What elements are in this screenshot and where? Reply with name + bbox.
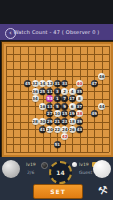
stone-white: 20	[46, 126, 53, 133]
stone-black: 19	[69, 110, 76, 117]
stone-white: 4	[69, 88, 76, 95]
stone-black: 5	[54, 103, 61, 110]
stone-black: 45	[24, 80, 31, 87]
header-bar: ‹ Watch Count - 47 ( Observer 0 )	[0, 24, 113, 40]
stone-white: 28	[32, 118, 39, 125]
stone-white: 38	[76, 110, 83, 117]
grid-line	[94, 46, 95, 152]
stone-black: 39	[76, 118, 83, 125]
stone-black: 23	[61, 118, 68, 125]
stone-white: 2	[61, 88, 68, 95]
left-player-level: lv19	[26, 162, 36, 167]
stone-black: 3	[54, 88, 61, 95]
back-button[interactable]: ‹	[5, 28, 16, 39]
stone-black: 7	[61, 95, 68, 102]
stone-black: 47	[91, 80, 98, 87]
stone-black: 27	[46, 110, 53, 117]
stone-black: 17	[69, 95, 76, 102]
stone-white: 22	[54, 126, 61, 133]
stone-white: 10	[54, 110, 61, 117]
left-player-avatar[interactable]	[2, 160, 20, 178]
stone-black: 29	[46, 118, 53, 125]
status-bar	[0, 0, 113, 24]
gomoku-board[interactable]: 4645321412313340473625113243534531717816…	[1, 41, 113, 158]
stone-white: 12	[46, 80, 53, 87]
stone-black: 25	[39, 88, 46, 95]
stone-white: 36	[32, 88, 39, 95]
stone-white: 32	[32, 80, 39, 87]
stone-white: 24	[61, 126, 68, 133]
stone-black: 35	[76, 88, 83, 95]
stone-white: 34	[32, 95, 39, 102]
hammer-icon[interactable]: ⚒	[94, 181, 111, 199]
stone-black: 1	[54, 95, 61, 102]
stone-black: 21	[54, 118, 61, 125]
stone-white: 30	[39, 118, 46, 125]
stone-black: 51	[54, 141, 61, 148]
stone-black: 11	[46, 88, 53, 95]
white-stone-icon	[72, 162, 77, 167]
stone-black: 41	[39, 126, 46, 133]
stone-white: 26	[69, 126, 76, 133]
stone-black: 37	[76, 103, 83, 110]
stone-black: 49	[91, 110, 98, 117]
grid-line	[6, 152, 110, 153]
stone-black: 31	[54, 80, 61, 87]
stone-white: 6	[69, 103, 76, 110]
stone-black: 9	[61, 103, 68, 110]
stone-white: 40	[76, 80, 83, 87]
black-stone-icon	[41, 162, 48, 169]
stone-white: 14	[39, 80, 46, 87]
right-player-level: lv19	[79, 162, 89, 167]
move-timer: 14	[49, 161, 72, 184]
app-screen: ‹ Watch Count - 47 ( Observer 0 ) 464532…	[0, 0, 113, 200]
stone-white: 18	[69, 118, 76, 125]
right-player-name: Guest	[79, 170, 92, 175]
stone-black: 43	[76, 126, 83, 133]
stone-white: 16	[39, 103, 46, 110]
stone-white: 44	[98, 103, 105, 110]
grid-line	[102, 46, 103, 152]
stone-black: 15	[61, 110, 68, 117]
stone-white: 8	[76, 95, 83, 102]
stone-magenta: 53	[46, 95, 53, 102]
player-panel: lv19 2/6 14 lv19 Guest SET ⚒	[0, 157, 113, 200]
page-title: Watch Count - 47 ( Observer 0 )	[0, 29, 113, 35]
stone-black: 13	[46, 103, 53, 110]
right-player-avatar[interactable]	[93, 160, 111, 178]
stone-white: 42	[61, 133, 68, 140]
grid-line	[109, 46, 110, 152]
left-player-score: 2/6	[27, 170, 34, 175]
stone-black: 33	[61, 80, 68, 87]
set-button[interactable]: SET	[33, 184, 83, 199]
stone-white: 46	[98, 73, 105, 80]
